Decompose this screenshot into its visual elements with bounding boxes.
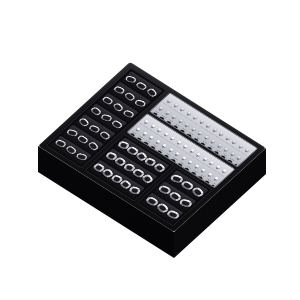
box-top-face [38,62,266,232]
stud-earring [196,152,202,156]
stud-earring [149,135,155,139]
stud-earring [136,127,142,131]
stud-earring [212,127,218,131]
stud-earring [232,140,238,144]
stud-earring [178,118,184,122]
stud-earring [190,148,196,152]
stud-earring [225,136,231,140]
stud-earring [217,143,223,147]
ring [178,198,193,209]
ring [145,87,158,97]
stud-earring [199,119,205,123]
ring [128,185,142,195]
stud-earring [238,144,244,148]
stud-earring [159,106,165,110]
stud-earring [143,131,149,135]
stud-earring [181,156,187,160]
stud-earring [214,176,220,180]
stud-earring [206,123,212,127]
stud-earring [204,135,210,139]
stud-earring [224,147,230,151]
stud-earring [165,110,171,114]
stud-earring [191,127,197,131]
stud-earring [207,172,213,176]
stud-earring [170,136,176,140]
ring [75,152,88,161]
stud-earring [201,168,207,172]
stud-earring [198,131,204,135]
ring [165,209,181,221]
stud-earring [151,123,157,127]
ring [190,186,205,198]
ring [86,141,99,151]
ring [121,109,135,119]
stud-earring [209,160,215,164]
stud-earring [144,119,150,123]
stud-earring [185,123,191,127]
stud-earring [180,107,186,111]
stud-earring [230,151,236,155]
stud-earring [162,143,168,147]
stud-earring [194,164,200,168]
stud-earring [193,115,199,119]
stud-earring [188,160,194,164]
photo-caption: Black jewelry display tray box with silv… [0,0,1,1]
ring [98,130,112,141]
stud-earring [211,139,217,143]
stud-earring [245,148,251,152]
stud-earring [203,156,209,160]
ring [133,98,146,107]
ring [140,173,155,184]
stud-earring [183,144,189,148]
stud-earring [169,147,175,151]
stud-earring [222,169,228,173]
stud-earring [177,140,183,144]
stud-earring [164,132,170,136]
stud-earring [187,111,193,115]
stud-earring [174,103,180,107]
stud-earring [216,165,222,169]
stud-earring [219,131,225,135]
stud-earring [156,139,162,143]
ring [110,119,124,129]
stud-earring [237,155,243,159]
stud-earring [175,151,181,155]
stud-earring [172,114,178,118]
stud-earring [157,128,163,132]
jewelry-box-photo: Black jewelry display tray box with silv… [0,0,300,300]
stud-earring [167,99,173,103]
